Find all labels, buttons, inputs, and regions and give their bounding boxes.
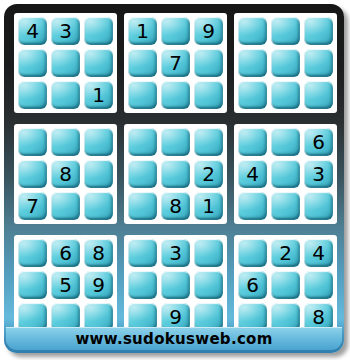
cell-r1c2[interactable]: 3 [51,17,80,45]
sudoku-board: 431197872816436859392468 www.sudokusweb.… [4,4,344,353]
cell-r8c7[interactable]: 6 [238,271,267,299]
cell-r6c2[interactable] [51,192,80,220]
cell-r8c9[interactable] [304,271,333,299]
cell-r3c2[interactable] [51,81,80,109]
cell-r4c7[interactable] [238,128,267,156]
cell-r2c7[interactable] [238,49,267,77]
cell-r4c3[interactable] [84,128,113,156]
cell-r3c9[interactable] [304,81,333,109]
cell-r4c5[interactable] [161,128,190,156]
cell-r3c6[interactable] [194,81,223,109]
cell-r2c2[interactable] [51,49,80,77]
cell-r6c4[interactable] [128,192,157,220]
cell-r4c2[interactable] [51,128,80,156]
cell-r7c9[interactable]: 4 [304,239,333,267]
cell-r5c5[interactable] [161,160,190,188]
site-url: www.sudokusweb.com [75,330,272,348]
cell-r2c6[interactable] [194,49,223,77]
box-r1c2: 197 [124,13,227,113]
cell-r4c6[interactable] [194,128,223,156]
cell-r5c4[interactable] [128,160,157,188]
box-r2c1: 87 [14,124,117,224]
cell-r6c6[interactable]: 1 [194,192,223,220]
cell-r1c6[interactable]: 9 [194,17,223,45]
cell-r5c7[interactable]: 4 [238,160,267,188]
box-r1c3 [234,13,337,113]
box-r3c3: 2468 [234,235,337,335]
cell-r8c6[interactable] [194,271,223,299]
cell-r5c6[interactable]: 2 [194,160,223,188]
cell-r8c3[interactable]: 9 [84,271,113,299]
cell-r2c3[interactable] [84,49,113,77]
cell-r4c1[interactable] [18,128,47,156]
cell-r3c3[interactable]: 1 [84,81,113,109]
cell-r7c6[interactable] [194,239,223,267]
cell-r1c8[interactable] [271,17,300,45]
cell-r7c7[interactable] [238,239,267,267]
cell-r7c2[interactable]: 6 [51,239,80,267]
cell-r8c1[interactable] [18,271,47,299]
box-r2c2: 281 [124,124,227,224]
cell-r6c9[interactable] [304,192,333,220]
cell-r1c7[interactable] [238,17,267,45]
cell-r7c1[interactable] [18,239,47,267]
cell-r7c8[interactable]: 2 [271,239,300,267]
cell-r1c5[interactable] [161,17,190,45]
cell-r1c3[interactable] [84,17,113,45]
cell-r7c5[interactable]: 3 [161,239,190,267]
cell-r6c5[interactable]: 8 [161,192,190,220]
cell-r5c3[interactable] [84,160,113,188]
cell-r6c7[interactable] [238,192,267,220]
cell-r8c4[interactable] [128,271,157,299]
cell-r2c1[interactable] [18,49,47,77]
sudoku-grid: 431197872816436859392468 [14,13,337,335]
cell-r3c7[interactable] [238,81,267,109]
cell-r5c9[interactable]: 3 [304,160,333,188]
cell-r4c8[interactable] [271,128,300,156]
cell-r6c3[interactable] [84,192,113,220]
cell-r5c8[interactable] [271,160,300,188]
box-r1c1: 431 [14,13,117,113]
cell-r8c2[interactable]: 5 [51,271,80,299]
cell-r1c4[interactable]: 1 [128,17,157,45]
cell-r5c2[interactable]: 8 [51,160,80,188]
cell-r2c5[interactable]: 7 [161,49,190,77]
cell-r2c4[interactable] [128,49,157,77]
cell-r7c4[interactable] [128,239,157,267]
cell-r1c9[interactable] [304,17,333,45]
box-r3c1: 6859 [14,235,117,335]
cell-r3c1[interactable] [18,81,47,109]
cell-r8c5[interactable] [161,271,190,299]
cell-r3c8[interactable] [271,81,300,109]
cell-r2c8[interactable] [271,49,300,77]
footer-bar: www.sudokusweb.com [6,327,342,350]
cell-r3c5[interactable] [161,81,190,109]
box-r2c3: 643 [234,124,337,224]
cell-r4c4[interactable] [128,128,157,156]
cell-r8c8[interactable] [271,271,300,299]
cell-r1c1[interactable]: 4 [18,17,47,45]
cell-r2c9[interactable] [304,49,333,77]
cell-r5c1[interactable] [18,160,47,188]
cell-r6c1[interactable]: 7 [18,192,47,220]
cell-r7c3[interactable]: 8 [84,239,113,267]
cell-r3c4[interactable] [128,81,157,109]
box-r3c2: 39 [124,235,227,335]
cell-r4c9[interactable]: 6 [304,128,333,156]
cell-r6c8[interactable] [271,192,300,220]
